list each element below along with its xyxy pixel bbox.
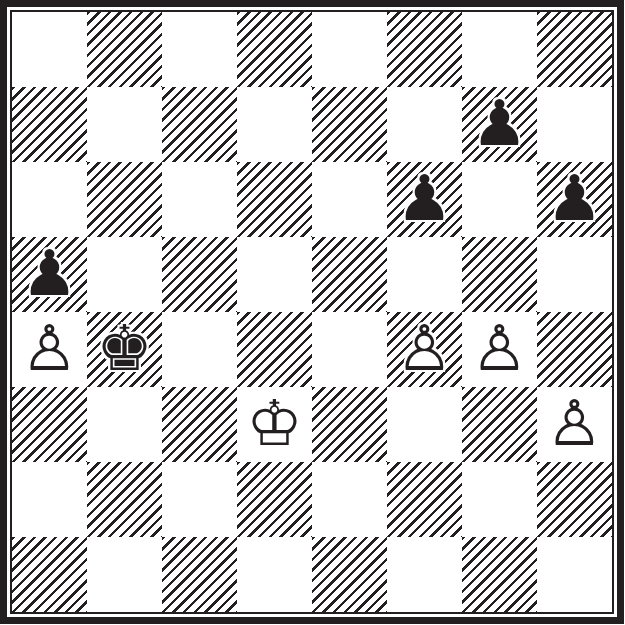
square-e7[interactable] xyxy=(312,87,387,162)
white-king: ♚♔ xyxy=(237,387,312,462)
black-pawn: ♟♟ xyxy=(462,87,537,162)
white-pawn: ♟♙ xyxy=(537,387,612,462)
square-h1[interactable] xyxy=(537,537,612,612)
square-c8[interactable] xyxy=(162,12,237,87)
black-pawn: ♟♟ xyxy=(12,237,87,312)
square-a5[interactable]: ♟♟ xyxy=(12,237,87,312)
square-c6[interactable] xyxy=(162,162,237,237)
black-king: ♚♚ xyxy=(87,312,162,387)
square-f3[interactable] xyxy=(387,387,462,462)
square-e5[interactable] xyxy=(312,237,387,312)
square-g8[interactable] xyxy=(462,12,537,87)
square-g1[interactable] xyxy=(462,537,537,612)
white-pawn: ♟♙ xyxy=(462,312,537,387)
square-c7[interactable] xyxy=(162,87,237,162)
square-g3[interactable] xyxy=(462,387,537,462)
square-h5[interactable] xyxy=(537,237,612,312)
square-a8[interactable] xyxy=(12,12,87,87)
square-e6[interactable] xyxy=(312,162,387,237)
black-pawn-glyph: ♟ xyxy=(12,237,87,312)
square-g5[interactable] xyxy=(462,237,537,312)
black-pawn: ♟♟ xyxy=(387,162,462,237)
square-b1[interactable] xyxy=(87,537,162,612)
white-king-glyph: ♔ xyxy=(237,387,312,462)
square-a1[interactable] xyxy=(12,537,87,612)
square-f2[interactable] xyxy=(387,462,462,537)
square-c3[interactable] xyxy=(162,387,237,462)
square-d2[interactable] xyxy=(237,462,312,537)
square-d7[interactable] xyxy=(237,87,312,162)
square-c4[interactable] xyxy=(162,312,237,387)
square-c5[interactable] xyxy=(162,237,237,312)
square-e4[interactable] xyxy=(312,312,387,387)
black-pawn-glyph: ♟ xyxy=(387,162,462,237)
square-b5[interactable] xyxy=(87,237,162,312)
square-c2[interactable] xyxy=(162,462,237,537)
white-pawn-glyph: ♙ xyxy=(537,387,612,462)
square-b2[interactable] xyxy=(87,462,162,537)
black-pawn-glyph: ♟ xyxy=(537,162,612,237)
square-d5[interactable] xyxy=(237,237,312,312)
square-h3[interactable]: ♟♙ xyxy=(537,387,612,462)
square-d6[interactable] xyxy=(237,162,312,237)
square-f4[interactable]: ♟♙ xyxy=(387,312,462,387)
square-e3[interactable] xyxy=(312,387,387,462)
white-pawn: ♟♙ xyxy=(12,312,87,387)
square-g7[interactable]: ♟♟ xyxy=(462,87,537,162)
square-e1[interactable] xyxy=(312,537,387,612)
square-f8[interactable] xyxy=(387,12,462,87)
square-h8[interactable] xyxy=(537,12,612,87)
square-a4[interactable]: ♟♙ xyxy=(12,312,87,387)
board-outer-frame: ♟♟♟♟♟♟♟♟♟♙♚♚♟♙♟♙♚♔♟♙ xyxy=(0,0,624,624)
white-pawn-glyph: ♙ xyxy=(387,312,462,387)
square-a3[interactable] xyxy=(12,387,87,462)
square-d1[interactable] xyxy=(237,537,312,612)
chess-board: ♟♟♟♟♟♟♟♟♟♙♚♚♟♙♟♙♚♔♟♙ xyxy=(12,12,612,612)
square-h7[interactable] xyxy=(537,87,612,162)
square-h2[interactable] xyxy=(537,462,612,537)
square-d3[interactable]: ♚♔ xyxy=(237,387,312,462)
white-pawn: ♟♙ xyxy=(387,312,462,387)
square-b6[interactable] xyxy=(87,162,162,237)
square-g2[interactable] xyxy=(462,462,537,537)
square-a7[interactable] xyxy=(12,87,87,162)
square-b8[interactable] xyxy=(87,12,162,87)
square-g6[interactable] xyxy=(462,162,537,237)
black-pawn-glyph: ♟ xyxy=(462,87,537,162)
square-f1[interactable] xyxy=(387,537,462,612)
square-h6[interactable]: ♟♟ xyxy=(537,162,612,237)
square-b7[interactable] xyxy=(87,87,162,162)
square-c1[interactable] xyxy=(162,537,237,612)
black-pawn: ♟♟ xyxy=(537,162,612,237)
square-f5[interactable] xyxy=(387,237,462,312)
square-b3[interactable] xyxy=(87,387,162,462)
white-pawn-glyph: ♙ xyxy=(12,312,87,387)
square-a2[interactable] xyxy=(12,462,87,537)
white-pawn-glyph: ♙ xyxy=(462,312,537,387)
square-b4[interactable]: ♚♚ xyxy=(87,312,162,387)
square-d8[interactable] xyxy=(237,12,312,87)
black-king-glyph: ♚ xyxy=(87,312,162,387)
square-g4[interactable]: ♟♙ xyxy=(462,312,537,387)
square-a6[interactable] xyxy=(12,162,87,237)
square-e8[interactable] xyxy=(312,12,387,87)
square-h4[interactable] xyxy=(537,312,612,387)
square-f7[interactable] xyxy=(387,87,462,162)
chess-diagram-page: ♟♟♟♟♟♟♟♟♟♙♚♚♟♙♟♙♚♔♟♙ xyxy=(0,0,625,625)
board-inner-frame: ♟♟♟♟♟♟♟♟♟♙♚♚♟♙♟♙♚♔♟♙ xyxy=(10,10,614,614)
square-d4[interactable] xyxy=(237,312,312,387)
square-f6[interactable]: ♟♟ xyxy=(387,162,462,237)
square-e2[interactable] xyxy=(312,462,387,537)
